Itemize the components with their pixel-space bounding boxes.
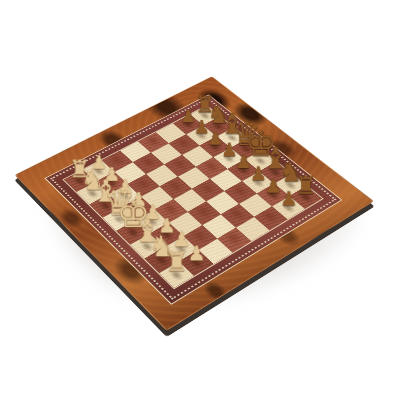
perspective-container: ♜♞♝♛♚♝♞♜♟♟♟♟♟♟♟♟♟♟♟♟♟♟♟♟♜♞♝♛♚♝♞♜ [0,0,400,400]
board-frame: ♜♞♝♛♚♝♞♜♟♟♟♟♟♟♟♟♟♟♟♟♟♟♟♟♜♞♝♛♚♝♞♜ [15,76,374,331]
chess-board: ♜♞♝♛♚♝♞♜♟♟♟♟♟♟♟♟♟♟♟♟♟♟♟♟♜♞♝♛♚♝♞♜ [15,76,374,331]
black-pawn-icon: ♟ [279,189,298,207]
white-rook-icon: ♜ [164,250,190,275]
product-photo: ♜♞♝♛♚♝♞♜♟♟♟♟♟♟♟♟♟♟♟♟♟♟♟♟♜♞♝♛♚♝♞♜ [0,0,400,400]
board-inner-border: ♜♞♝♛♚♝♞♜♟♟♟♟♟♟♟♟♟♟♟♟♟♟♟♟♜♞♝♛♚♝♞♜ [44,94,342,304]
